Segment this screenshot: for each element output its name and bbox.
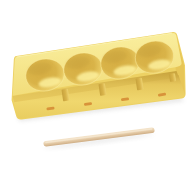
product-photo bbox=[0, 0, 194, 194]
scene-canvas bbox=[0, 0, 194, 194]
corner-step-groove bbox=[169, 73, 176, 82]
